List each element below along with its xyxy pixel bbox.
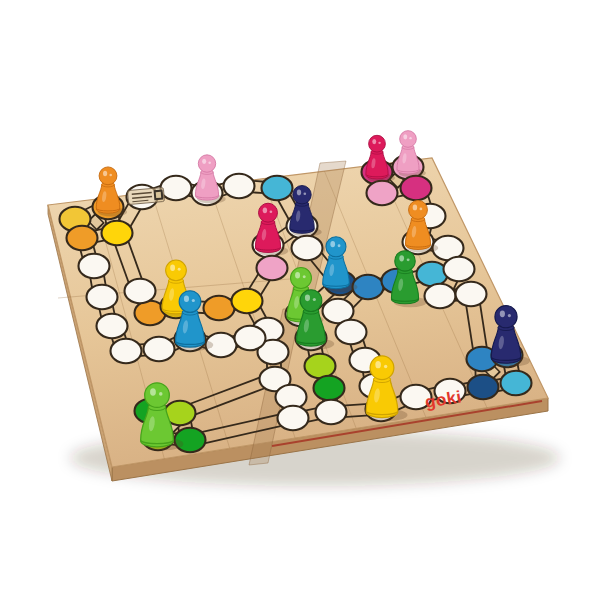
pawn-orange[interactable]	[96, 167, 120, 213]
field-orange[interactable]	[67, 226, 98, 251]
field-white[interactable]	[444, 257, 475, 282]
field-white[interactable]	[456, 282, 487, 307]
field-white[interactable]	[144, 337, 175, 362]
field-cyan[interactable]	[262, 176, 293, 201]
product-photo-stage: goki	[0, 0, 600, 600]
field-white[interactable]	[161, 176, 192, 201]
field-white[interactable]	[87, 285, 118, 310]
field-white[interactable]	[224, 174, 255, 199]
field-white[interactable]	[336, 320, 367, 345]
field-white[interactable]	[316, 400, 347, 425]
field-dgreen[interactable]	[314, 376, 345, 401]
field-white[interactable]	[79, 254, 110, 279]
field-pink[interactable]	[257, 256, 288, 281]
field-pink[interactable]	[367, 181, 398, 206]
ludo-board-photo: goki	[0, 0, 600, 600]
field-yellowBright[interactable]	[102, 221, 133, 246]
pawn-red[interactable]	[366, 135, 388, 179]
field-white[interactable]	[278, 406, 309, 431]
field-white[interactable]	[292, 236, 323, 261]
field-lgreen[interactable]	[305, 354, 336, 379]
field-white[interactable]	[111, 339, 142, 364]
pawn-pink[interactable]	[397, 131, 419, 174]
field-cyan[interactable]	[417, 262, 448, 287]
field-orange[interactable]	[204, 296, 235, 321]
safety-stamp-icon	[127, 187, 164, 204]
field-cyan[interactable]	[501, 371, 532, 396]
field-white[interactable]	[97, 314, 128, 339]
field-dgreen[interactable]	[175, 428, 206, 453]
field-white[interactable]	[425, 284, 456, 309]
pawn-pink[interactable]	[195, 155, 218, 200]
field-navy[interactable]	[468, 375, 499, 400]
field-white[interactable]	[235, 326, 266, 351]
field-yellowBright[interactable]	[232, 289, 263, 314]
field-magenta[interactable]	[401, 176, 432, 201]
field-white[interactable]	[125, 279, 156, 304]
